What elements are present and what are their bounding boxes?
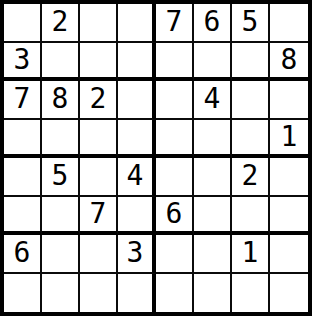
cell-r6c3[interactable]: 7: [80, 197, 118, 236]
cell-r3c1[interactable]: 7: [4, 81, 42, 120]
cell-r1c7[interactable]: 5: [232, 4, 270, 43]
cell-r3c7[interactable]: [232, 81, 270, 120]
cell-r2c2[interactable]: [42, 43, 80, 82]
cell-r7c6[interactable]: [194, 235, 232, 274]
cell-r4c3[interactable]: [80, 120, 118, 159]
cell-r4c7[interactable]: [232, 120, 270, 159]
cell-r5c2[interactable]: 5: [42, 158, 80, 197]
cell-r2c3[interactable]: [80, 43, 118, 82]
cell-r2c4[interactable]: [118, 43, 156, 82]
cell-r2c8[interactable]: 8: [270, 43, 308, 82]
cell-r5c4[interactable]: 4: [118, 158, 156, 197]
cell-r7c5[interactable]: [156, 235, 194, 274]
sudoku-board: 2765387824154276631: [0, 0, 312, 316]
cell-r5c8[interactable]: [270, 158, 308, 197]
cell-r3c3[interactable]: 2: [80, 81, 118, 120]
cell-r8c7[interactable]: [232, 274, 270, 313]
cell-r6c4[interactable]: [118, 197, 156, 236]
cell-r5c3[interactable]: [80, 158, 118, 197]
cell-r3c8[interactable]: [270, 81, 308, 120]
cell-r6c5[interactable]: 6: [156, 197, 194, 236]
cell-r2c1[interactable]: 3: [4, 43, 42, 82]
cell-r6c6[interactable]: [194, 197, 232, 236]
cell-r8c2[interactable]: [42, 274, 80, 313]
cell-r7c1[interactable]: 6: [4, 235, 42, 274]
cell-r8c5[interactable]: [156, 274, 194, 313]
cell-r3c4[interactable]: [118, 81, 156, 120]
cell-r5c5[interactable]: [156, 158, 194, 197]
cell-r2c6[interactable]: [194, 43, 232, 82]
cell-r4c6[interactable]: [194, 120, 232, 159]
cell-r8c4[interactable]: [118, 274, 156, 313]
cell-r4c5[interactable]: [156, 120, 194, 159]
cell-r4c8[interactable]: 1: [270, 120, 308, 159]
cell-r8c8[interactable]: [270, 274, 308, 313]
cell-r4c4[interactable]: [118, 120, 156, 159]
cell-r8c1[interactable]: [4, 274, 42, 313]
cell-r1c8[interactable]: [270, 4, 308, 43]
cell-r3c2[interactable]: 8: [42, 81, 80, 120]
cell-r5c7[interactable]: 2: [232, 158, 270, 197]
cell-r6c7[interactable]: [232, 197, 270, 236]
cell-r7c7[interactable]: 1: [232, 235, 270, 274]
cell-r3c6[interactable]: 4: [194, 81, 232, 120]
cell-r1c4[interactable]: [118, 4, 156, 43]
cell-r2c5[interactable]: [156, 43, 194, 82]
cell-r5c1[interactable]: [4, 158, 42, 197]
cell-r3c5[interactable]: [156, 81, 194, 120]
cell-r5c6[interactable]: [194, 158, 232, 197]
cell-r2c7[interactable]: [232, 43, 270, 82]
cell-r7c4[interactable]: 3: [118, 235, 156, 274]
cell-r1c5[interactable]: 7: [156, 4, 194, 43]
cell-r1c1[interactable]: [4, 4, 42, 43]
cell-r4c2[interactable]: [42, 120, 80, 159]
cell-r7c2[interactable]: [42, 235, 80, 274]
cell-r6c2[interactable]: [42, 197, 80, 236]
cell-r8c6[interactable]: [194, 274, 232, 313]
cell-r1c3[interactable]: [80, 4, 118, 43]
cell-r1c2[interactable]: 2: [42, 4, 80, 43]
cell-r6c1[interactable]: [4, 197, 42, 236]
cell-r8c3[interactable]: [80, 274, 118, 313]
cell-r7c8[interactable]: [270, 235, 308, 274]
cell-r1c6[interactable]: 6: [194, 4, 232, 43]
cell-r4c1[interactable]: [4, 120, 42, 159]
cell-r6c8[interactable]: [270, 197, 308, 236]
cell-r7c3[interactable]: [80, 235, 118, 274]
